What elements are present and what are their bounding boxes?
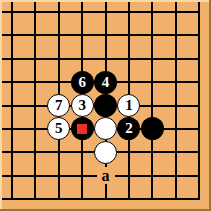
- stone-black: [141, 117, 164, 140]
- go-diagram: a 6473152: [0, 0, 211, 211]
- stone-number: 1: [125, 98, 133, 113]
- frame-edge-right: [209, 0, 211, 211]
- stone-number: 2: [125, 121, 133, 136]
- stone-black-marked: [71, 117, 94, 140]
- frame-edge-bottom: [0, 209, 211, 211]
- stone-white: [94, 117, 117, 140]
- stones-layer: a 6473152: [0, 0, 211, 211]
- stone-number: 6: [78, 74, 86, 89]
- stone-black-4: 4: [94, 71, 117, 94]
- point-label-a: a: [97, 167, 115, 184]
- stone-black: [94, 94, 117, 117]
- stone-number: 3: [78, 98, 86, 113]
- frame-edge-top: [0, 0, 211, 2]
- stone-white-7: 7: [47, 94, 70, 117]
- stone-number: 5: [55, 121, 63, 136]
- frame-edge-left: [0, 0, 2, 211]
- stone-black-6: 6: [71, 71, 94, 94]
- point-label-text: a: [102, 168, 110, 184]
- stone-white: [94, 141, 117, 164]
- red-square-mark-icon: [77, 124, 87, 134]
- stone-white-1: 1: [117, 94, 140, 117]
- stone-white-3: 3: [71, 94, 94, 117]
- stone-black-2: 2: [117, 117, 140, 140]
- stone-number: 4: [102, 74, 110, 89]
- stone-white-5: 5: [47, 117, 70, 140]
- stone-number: 7: [55, 98, 63, 113]
